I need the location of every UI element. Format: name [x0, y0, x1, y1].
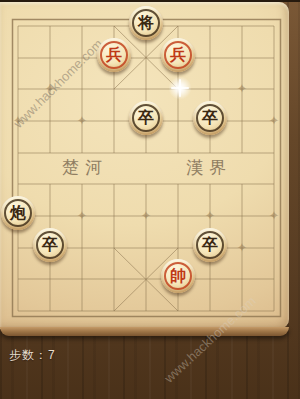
point-marker-icon: ✦ — [141, 209, 152, 222]
piece-glyph: 炮 — [1, 196, 35, 230]
piece-glyph: 将 — [129, 6, 163, 40]
point-marker-icon: ✦ — [13, 114, 24, 127]
piece-glyph: 卒 — [193, 101, 227, 135]
piece-glyph: 卒 — [33, 228, 67, 262]
xiangqi-board[interactable]: 楚河 漢界 ✦✦✦✦✦✦✦✦✦✦✦✦✦✦ www.hackhome.com — [0, 2, 289, 329]
piece-glyph: 兵 — [161, 38, 195, 72]
point-marker-icon: ✦ — [269, 209, 280, 222]
piece-black-soldier-3[interactable]: 卒 — [33, 228, 67, 262]
move-sparkle-effect — [168, 76, 192, 100]
piece-red-general[interactable]: 帥 — [161, 259, 195, 293]
move-counter-label: 步数： — [9, 348, 48, 362]
point-marker-icon: ✦ — [77, 209, 88, 222]
piece-red-soldier-2[interactable]: 兵 — [161, 38, 195, 72]
piece-black-general[interactable]: 将 — [129, 6, 163, 40]
board-side-edge — [0, 327, 289, 336]
piece-black-soldier-4[interactable]: 卒 — [193, 228, 227, 262]
point-marker-icon: ✦ — [269, 114, 280, 127]
board-grid — [0, 2, 289, 329]
piece-glyph: 卒 — [129, 101, 163, 135]
piece-black-cannon[interactable]: 炮 — [1, 196, 35, 230]
point-marker-icon: ✦ — [205, 209, 216, 222]
piece-glyph: 兵 — [97, 38, 131, 72]
point-marker-icon: ✦ — [45, 82, 56, 95]
piece-glyph: 卒 — [193, 228, 227, 262]
river-label-left: 楚河 — [62, 156, 108, 179]
move-counter: 步数：7 — [9, 347, 56, 364]
point-marker-icon: ✦ — [77, 114, 88, 127]
point-marker-icon: ✦ — [237, 241, 248, 254]
piece-glyph: 帥 — [161, 259, 195, 293]
piece-black-soldier-1[interactable]: 卒 — [129, 101, 163, 135]
move-counter-value: 7 — [48, 348, 56, 362]
xiangqi-puzzle-screen: 楚河 漢界 ✦✦✦✦✦✦✦✦✦✦✦✦✦✦ www.hackhome.com 将兵… — [0, 0, 300, 399]
river-label-right: 漢界 — [186, 156, 232, 179]
piece-red-soldier-1[interactable]: 兵 — [97, 38, 131, 72]
piece-black-soldier-2[interactable]: 卒 — [193, 101, 227, 135]
point-marker-icon: ✦ — [237, 82, 248, 95]
